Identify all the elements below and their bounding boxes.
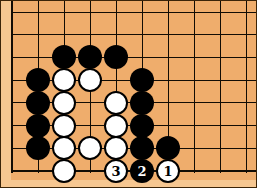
grid-horizontal-line: [11, 34, 256, 35]
stone-black: [26, 136, 50, 160]
board-left-bevel: [1, 1, 11, 187]
move-stone-white-3: 3: [104, 159, 128, 183]
stone-white: [104, 114, 128, 138]
grid-horizontal-line: [11, 12, 256, 13]
stone-black: [156, 136, 180, 160]
stone-black: [130, 68, 154, 92]
stone-black: [104, 45, 128, 69]
stone-white: [104, 91, 128, 115]
grid-horizontal-line: [11, 57, 256, 58]
stone-white: [52, 68, 76, 92]
stone-white: [52, 91, 76, 115]
stone-black: [130, 136, 154, 160]
stone-black: [52, 45, 76, 69]
stone-white: [52, 159, 76, 183]
stone-black: [26, 68, 50, 92]
stone-black: [78, 45, 102, 69]
stone-white: [78, 68, 102, 92]
stone-black: [130, 114, 154, 138]
stone-black: [26, 114, 50, 138]
stone-white: [104, 136, 128, 160]
stone-white: [78, 136, 102, 160]
stone-white: [52, 114, 76, 138]
stone-black: [130, 91, 154, 115]
move-stone-black-2: 2: [130, 159, 154, 183]
stone-black: [26, 91, 50, 115]
stone-white: [52, 136, 76, 160]
go-diagram: 321: [0, 0, 257, 188]
board-bottom-bevel: [1, 180, 256, 187]
move-stone-white-1: 1: [156, 159, 180, 183]
